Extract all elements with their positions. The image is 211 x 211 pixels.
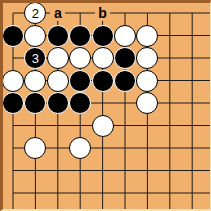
white-stone: [2, 70, 24, 92]
black-stone: [47, 25, 69, 47]
black-stone: [2, 25, 24, 47]
point-label-a: a: [50, 6, 65, 21]
white-stone: [24, 25, 46, 47]
black-stone: [69, 25, 91, 47]
white-stone: [114, 25, 136, 47]
black-stone: [47, 92, 69, 114]
black-stone: [114, 70, 136, 92]
move-number: 2: [32, 7, 39, 20]
white-stone: [47, 70, 69, 92]
white-stone: [136, 70, 158, 92]
white-stone: [47, 47, 69, 69]
move-number: 3: [32, 52, 39, 65]
white-stone: [136, 25, 158, 47]
black-stone: [69, 70, 91, 92]
black-stone: [114, 47, 136, 69]
white-stone: [92, 47, 114, 69]
black-stone: [92, 70, 114, 92]
white-stone: [24, 70, 46, 92]
point-label-b: b: [95, 6, 110, 21]
black-stone: [92, 25, 114, 47]
go-board-diagram: ab23: [0, 0, 211, 211]
black-stone: [2, 92, 24, 114]
white-stone: [92, 115, 114, 137]
